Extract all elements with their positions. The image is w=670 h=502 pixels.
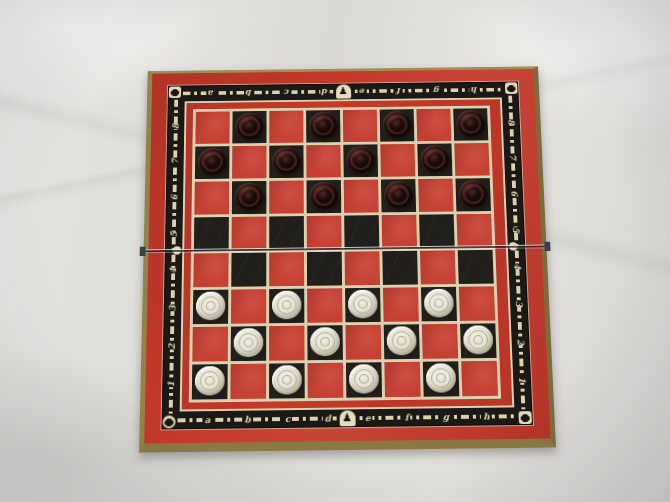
- pawn-glyph: ♟: [338, 85, 347, 97]
- coordinate-label: 6: [168, 195, 182, 201]
- square-e3[interactable]: [345, 288, 381, 323]
- square-c4[interactable]: [269, 252, 304, 286]
- coordinate-label: 1: [164, 381, 178, 387]
- coordinate-label: b: [244, 88, 254, 97]
- square-e4[interactable]: [345, 251, 380, 285]
- square-a2[interactable]: [192, 327, 228, 362]
- tablecloth-background: { "game": "checkers (draughts) on a vint…: [0, 0, 670, 502]
- coordinate-label: g: [431, 86, 441, 95]
- coordinate-label: 8: [505, 119, 518, 125]
- square-a7[interactable]: [195, 146, 230, 179]
- square-c1[interactable]: [269, 363, 305, 398]
- square-g8[interactable]: [416, 109, 451, 141]
- coordinate-label: 1: [515, 377, 529, 383]
- square-e5[interactable]: [344, 215, 379, 249]
- square-a4[interactable]: [193, 253, 228, 287]
- black-man[interactable]: [420, 145, 449, 172]
- coordinate-label: 4: [166, 268, 180, 274]
- coordinate-label: e: [358, 87, 367, 96]
- white-man[interactable]: [424, 289, 454, 318]
- coordinate-label: h: [481, 412, 492, 422]
- coordinate-label: 3: [512, 301, 526, 307]
- coordinate-label: 4: [510, 264, 524, 270]
- square-e1[interactable]: [346, 362, 382, 397]
- decorative-border-band: abcdefgh ♟ abcdefgh ♟ 87654321 87654321: [161, 81, 533, 429]
- square-h7[interactable]: [454, 143, 489, 176]
- coordinate-label: b: [242, 415, 252, 425]
- square-h1[interactable]: [461, 361, 498, 396]
- square-f6[interactable]: [381, 179, 416, 212]
- square-d3[interactable]: [307, 288, 342, 323]
- coordinate-label: h: [470, 85, 480, 94]
- square-b1[interactable]: [230, 364, 266, 399]
- square-b3[interactable]: [231, 289, 266, 324]
- square-h4[interactable]: [458, 250, 494, 284]
- square-d5[interactable]: [307, 216, 342, 250]
- square-d7[interactable]: [306, 145, 341, 178]
- coordinate-label: 3: [166, 305, 180, 311]
- square-b8[interactable]: [232, 111, 266, 143]
- square-f2[interactable]: [384, 324, 420, 359]
- square-f7[interactable]: [380, 144, 415, 177]
- white-man[interactable]: [234, 328, 264, 357]
- square-a1[interactable]: [192, 364, 228, 399]
- square-g3[interactable]: [421, 287, 457, 322]
- pawn-ornament-bottom-icon: ♟: [339, 410, 355, 426]
- square-c7[interactable]: [269, 145, 303, 178]
- hand-ornament-bottom-right-icon: [518, 411, 531, 424]
- white-man[interactable]: [195, 366, 225, 396]
- square-b7[interactable]: [232, 146, 266, 179]
- coordinate-label: c: [282, 88, 291, 97]
- white-man[interactable]: [272, 365, 302, 395]
- square-b6[interactable]: [232, 181, 267, 214]
- black-man[interactable]: [272, 147, 301, 174]
- square-f1[interactable]: [384, 362, 420, 397]
- square-e6[interactable]: [344, 180, 379, 213]
- square-c5[interactable]: [269, 216, 304, 250]
- outer-red-margin: abcdefgh ♟ abcdefgh ♟ 87654321 87654321: [144, 69, 550, 444]
- square-b5[interactable]: [232, 217, 267, 251]
- black-man[interactable]: [235, 183, 264, 211]
- coordinate-label: a: [202, 415, 212, 425]
- square-f8[interactable]: [380, 109, 415, 141]
- black-man[interactable]: [458, 180, 488, 208]
- black-man[interactable]: [309, 112, 338, 139]
- coordinate-label: f: [403, 413, 411, 423]
- black-man[interactable]: [456, 110, 485, 137]
- black-man[interactable]: [235, 113, 263, 140]
- coordinate-label: d: [320, 87, 330, 96]
- square-g7[interactable]: [417, 143, 452, 176]
- square-d6[interactable]: [306, 180, 341, 213]
- square-f5[interactable]: [382, 215, 417, 249]
- hand-ornament-top-right-icon: [505, 82, 518, 94]
- square-f4[interactable]: [382, 251, 418, 285]
- square-e7[interactable]: [343, 144, 378, 177]
- square-b4[interactable]: [231, 253, 266, 287]
- square-c8[interactable]: [269, 111, 303, 143]
- square-d1[interactable]: [308, 363, 344, 398]
- black-man[interactable]: [198, 148, 227, 175]
- square-g2[interactable]: [422, 324, 458, 359]
- white-man[interactable]: [310, 327, 340, 356]
- coordinate-label: 2: [165, 343, 179, 349]
- white-man[interactable]: [426, 363, 456, 393]
- coordinate-label: g: [441, 412, 452, 422]
- white-man[interactable]: [348, 290, 378, 319]
- hand-ornament-bottom-left-icon: [162, 415, 175, 428]
- square-d4[interactable]: [307, 252, 342, 286]
- square-a8[interactable]: [195, 111, 229, 143]
- hand-ornament-top-left-icon: [169, 86, 181, 98]
- square-g1[interactable]: [423, 361, 460, 396]
- black-man[interactable]: [309, 182, 338, 210]
- white-man[interactable]: [272, 291, 301, 320]
- white-man[interactable]: [349, 364, 379, 394]
- checkers-board: abcdefgh ♟ abcdefgh ♟ 87654321 87654321: [139, 66, 556, 452]
- white-man[interactable]: [463, 325, 493, 354]
- white-man[interactable]: [387, 326, 417, 355]
- chain-pattern-bottom: abcdefgh ♟: [177, 407, 517, 429]
- square-c2[interactable]: [269, 326, 304, 361]
- pawn-ornament-top-icon: ♟: [336, 84, 351, 98]
- black-man[interactable]: [383, 111, 412, 138]
- square-e2[interactable]: [345, 325, 381, 360]
- square-h3[interactable]: [459, 286, 495, 321]
- square-h2[interactable]: [460, 323, 497, 358]
- coordinate-label: d: [322, 414, 332, 424]
- square-g4[interactable]: [420, 250, 456, 284]
- square-g5[interactable]: [419, 214, 455, 248]
- square-a3[interactable]: [193, 290, 228, 325]
- square-h6[interactable]: [455, 178, 491, 211]
- coordinate-label: f: [396, 86, 404, 95]
- pawn-glyph: ♟: [342, 411, 352, 425]
- coordinate-label: 7: [168, 159, 181, 165]
- hinge-tab-right: [544, 241, 550, 250]
- square-f3[interactable]: [383, 287, 419, 322]
- coordinate-label: 6: [507, 190, 521, 196]
- coordinate-label: 7: [506, 155, 520, 161]
- checkerboard-grid: [189, 106, 501, 403]
- square-b2[interactable]: [231, 326, 267, 361]
- square-g6[interactable]: [418, 179, 453, 212]
- square-d2[interactable]: [307, 325, 343, 360]
- coordinate-label: 5: [509, 227, 523, 233]
- square-h5[interactable]: [457, 214, 493, 248]
- black-man[interactable]: [346, 146, 375, 173]
- square-c3[interactable]: [269, 289, 304, 324]
- square-e8[interactable]: [343, 110, 378, 142]
- black-man[interactable]: [384, 181, 413, 209]
- coordinate-label: e: [363, 413, 373, 423]
- square-c6[interactable]: [269, 180, 304, 213]
- square-h8[interactable]: [453, 108, 488, 140]
- coordinate-label: 8: [169, 123, 182, 129]
- square-a6[interactable]: [194, 181, 229, 214]
- square-a5[interactable]: [194, 217, 229, 251]
- coordinate-label: c: [283, 414, 292, 424]
- coordinate-label: 5: [167, 231, 181, 237]
- white-man[interactable]: [196, 292, 226, 321]
- square-d8[interactable]: [306, 110, 340, 142]
- coordinate-label: 2: [514, 339, 528, 345]
- coordinate-label: a: [206, 89, 215, 98]
- inner-red-margin: [180, 97, 515, 411]
